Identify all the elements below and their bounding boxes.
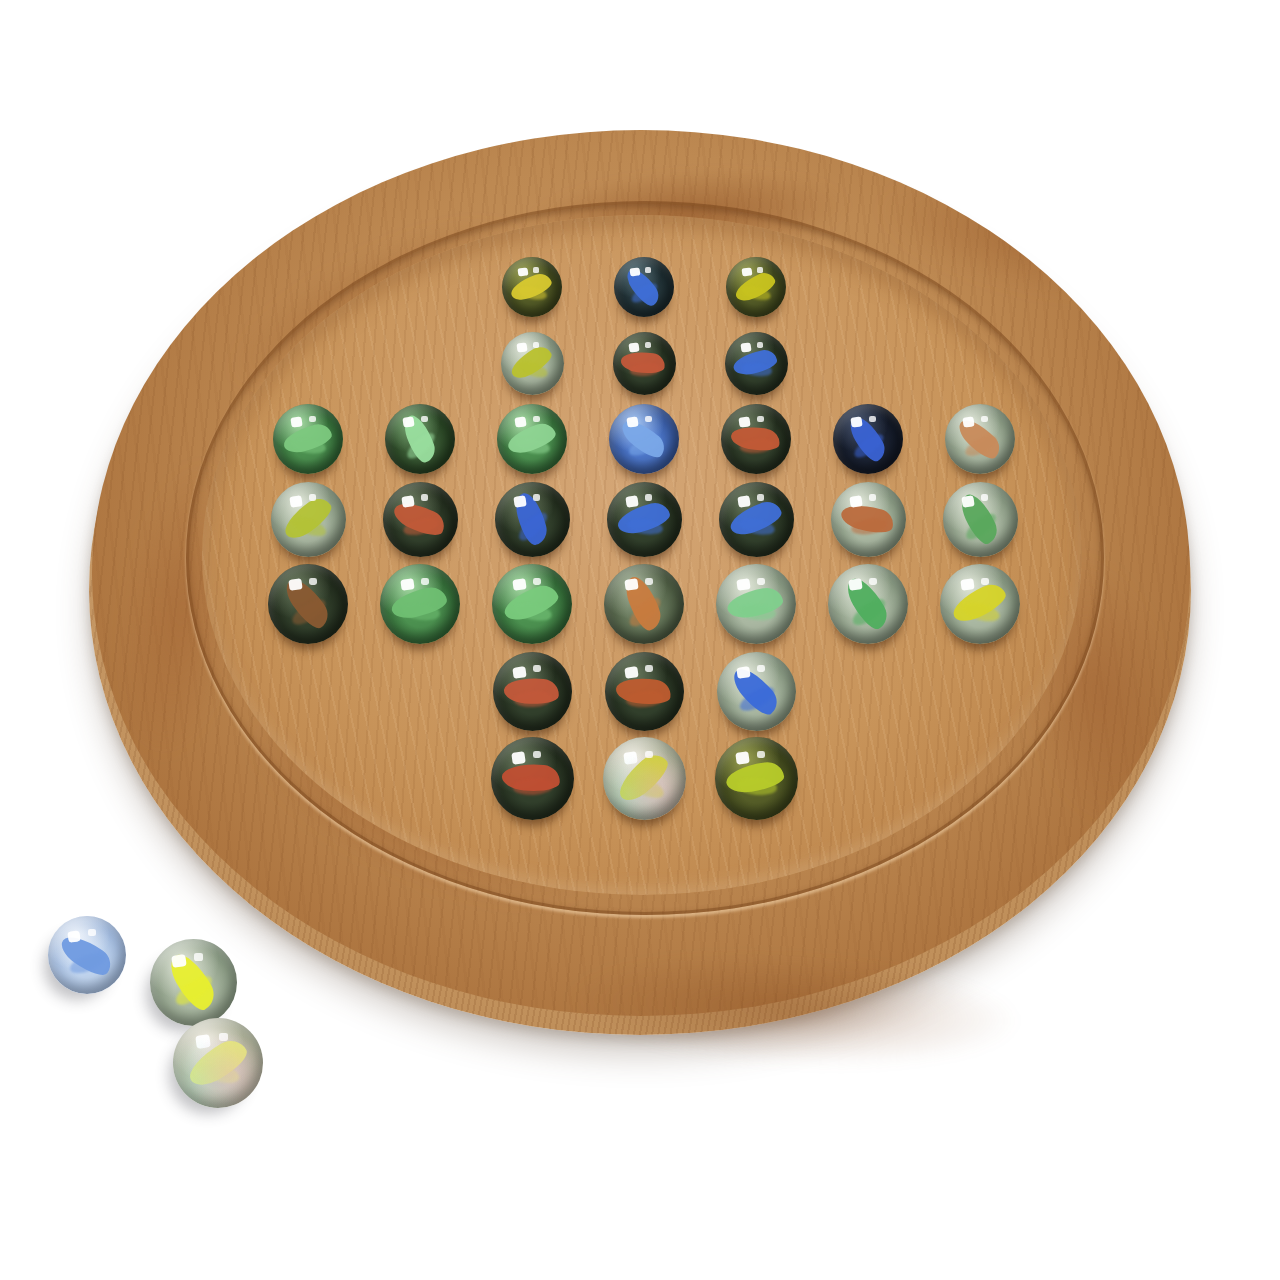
light-reflection [403,417,415,428]
light-reflection [645,578,653,585]
marble-r1c3[interactable] [502,257,562,317]
marble-swirl-echo [512,777,553,796]
marble-swirl-echo [625,593,664,631]
hole-r5c3 [476,560,588,648]
scene [0,0,1280,1280]
marble-r5c3[interactable] [492,564,572,644]
hole-r4c2 [364,478,476,560]
hole-r5c1 [252,560,364,648]
light-reflection [309,578,317,585]
marble-swirl-echo [401,515,440,539]
marble-swirl [726,498,784,539]
hole-r7c3 [476,734,588,822]
marble-r5c2[interactable] [380,564,460,644]
light-reflection [628,343,639,353]
light-reflection [740,343,751,353]
light-reflection [963,417,975,428]
marble-swirl-echo [625,689,664,708]
marble-r3c3[interactable] [497,404,567,474]
light-reflection [516,343,527,353]
light-reflection [291,417,303,428]
light-reflection [757,342,763,348]
marble-swirl [182,1034,251,1091]
marble-swirl [508,270,554,303]
marble-r5c4[interactable] [604,564,684,644]
light-reflection [401,495,414,507]
hole-r5c7 [924,560,1036,648]
hole-r3c4 [588,400,700,478]
marble-r3c4[interactable] [609,404,679,474]
marble-swirl [957,490,1002,548]
marble-swirl-echo [288,595,329,629]
light-reflection [533,342,539,348]
peg-grid [252,248,1036,822]
light-reflection [757,751,765,758]
marble-swirl [732,269,778,305]
hole-r7c4 [588,734,700,822]
marble-r1c4[interactable] [614,257,674,317]
light-reflection [741,268,752,278]
marble-swirl [732,348,779,377]
marble-swirl [729,423,781,454]
light-reflection [869,578,877,585]
light-reflection [645,665,653,672]
marble-swirl-echo [629,362,660,377]
marble-r3c2[interactable] [385,404,455,474]
hole-r2c3 [476,326,588,400]
marble-r3c5[interactable] [721,404,791,474]
light-reflection [196,1034,212,1048]
marble-swirl-echo [736,776,777,796]
hole-r5c5 [700,560,812,648]
light-reflection [757,665,765,672]
marble-swirl-echo [851,430,886,461]
light-reflection [869,416,876,422]
marble-swirl-echo [291,436,326,455]
light-reflection [512,666,526,679]
light-reflection [517,268,528,278]
hole-r5c6 [812,560,924,648]
light-reflection [848,578,862,591]
light-reflection [737,495,750,507]
loose-marble-spot-3 [173,1018,263,1108]
marble-swirl [727,661,783,720]
hole-r1c4 [588,248,700,326]
light-reflection [289,495,302,507]
loose-marble-spot-1 [48,916,126,994]
light-reflection [88,929,96,936]
marble-swirl [507,343,556,383]
light-reflection [400,578,414,591]
marble-swirl [279,493,336,543]
marble-swirl [948,580,1010,628]
marble-r4c1[interactable] [271,482,346,557]
marble-swirl-echo [626,516,664,536]
loose-marble-1[interactable] [48,916,126,994]
light-reflection [421,416,428,422]
marble-swirl [504,420,558,457]
light-reflection [533,267,539,272]
light-reflection [739,417,751,428]
hole-r4c7 [924,478,1036,560]
marble-swirl [617,414,669,463]
marble-swirl [389,585,449,622]
light-reflection [757,494,765,501]
marble-swirl [513,490,550,547]
marble-swirl-echo [849,594,889,630]
marble-swirl [839,500,896,537]
marble-r3c6[interactable] [833,404,903,474]
light-reflection [194,953,203,961]
marble-swirl [725,586,785,622]
marble-r5c5[interactable] [716,564,796,644]
marble-swirl [842,573,893,635]
hole-r1c3 [476,248,588,326]
marble-r2c3[interactable] [501,332,564,395]
marble-r4c4[interactable] [607,482,682,557]
light-reflection [736,578,750,591]
marble-swirl-echo [741,361,773,377]
marble-r6c4[interactable] [605,652,684,731]
light-reflection [421,578,429,585]
hole-r3c5 [700,400,812,478]
light-reflection [623,751,638,764]
marble-swirl-echo [623,771,666,802]
marble-swirl [390,496,448,541]
marble-swirl-echo [289,513,328,540]
marble-swirl [56,928,115,980]
marble-swirl-echo [960,599,1001,624]
light-reflection [309,494,317,501]
hole-r6c5 [700,648,812,734]
marble-swirl-echo [196,1057,243,1087]
light-reflection [645,342,651,348]
hole-r5c4 [588,560,700,648]
hole-r4c1 [252,478,364,560]
light-reflection [757,267,763,272]
marble-swirl-echo [513,690,552,708]
marble-swirl-echo [515,508,551,544]
light-reflection [533,665,541,672]
marble-swirl-echo [515,436,551,456]
light-reflection [515,417,527,428]
light-reflection [851,417,863,428]
marble-r5c1[interactable] [268,564,348,644]
marble-r1c5[interactable] [726,257,786,317]
hole-r7c5 [700,734,812,822]
light-reflection [309,416,316,422]
light-reflection [869,494,877,501]
marble-swirl-echo [172,971,216,1010]
marble-r4c7[interactable] [943,482,1018,557]
marble-r2c5[interactable] [725,332,788,395]
marble-swirl [164,948,219,1015]
marble-r4c6[interactable] [831,482,906,557]
marble-swirl [612,748,674,806]
light-reflection [645,494,653,501]
light-reflection [533,494,541,501]
loose-marble-spot-2 [150,939,237,1026]
hole-r4c6 [812,478,924,560]
hole-r4c5 [700,478,812,560]
light-reflection [219,1033,228,1041]
light-reflection [735,751,750,764]
marble-swirl-echo [963,432,999,460]
light-reflection [645,416,652,422]
light-reflection [627,417,639,428]
light-reflection [645,751,653,758]
hole-r3c7 [924,400,1036,478]
marble-swirl [503,675,560,706]
marble-swirl-echo [738,515,776,537]
marble-r2c4[interactable] [613,332,676,395]
light-reflection [511,751,526,764]
marble-swirl-echo [404,430,438,463]
marble-r4c2[interactable] [383,482,458,557]
hole-r3c6 [812,400,924,478]
marble-swirl-echo [741,283,772,302]
marble-swirl [614,674,672,708]
marble-r6c5[interactable] [717,652,796,731]
light-reflection [981,578,989,585]
hole-r2c4 [588,326,700,400]
light-reflection [981,494,989,501]
light-reflection [513,495,526,507]
marble-r7c4[interactable] [603,737,686,820]
hole-r3c3 [476,400,588,478]
light-reflection [757,416,764,422]
hole-r4c4 [588,478,700,560]
marble-r7c3[interactable] [491,737,574,820]
light-reflection [960,578,974,591]
marble-swirl [845,412,889,466]
light-reflection [512,578,526,591]
hole-r3c1 [252,400,364,478]
hole-r1c5 [700,248,812,326]
marble-swirl-echo [739,437,774,454]
marble-swirl [615,500,672,537]
light-reflection [533,416,540,422]
light-reflection [421,494,429,501]
marble-swirl [400,412,438,466]
marble-swirl [501,761,561,793]
light-reflection [171,954,186,968]
marble-swirl [280,573,334,634]
marble-swirl [724,760,785,795]
light-reflection [736,666,750,679]
marble-swirl-echo [736,683,777,716]
loose-marble-2[interactable] [150,939,237,1026]
marble-swirl-echo [67,949,108,977]
hole-r5c2 [364,560,476,648]
marble-r7c5[interactable] [715,737,798,820]
light-reflection [849,495,862,507]
marble-swirl [621,573,665,635]
marble-swirl-echo [517,284,548,302]
marble-swirl-echo [626,433,662,459]
marble-swirl [954,413,1005,464]
hole-r6c3 [476,648,588,734]
marble-swirl [500,582,562,626]
light-reflection [981,416,988,422]
marble-r4c3[interactable] [495,482,570,557]
light-reflection [625,495,638,507]
marble-swirl-echo [737,602,777,622]
marble-swirl-echo [962,509,999,543]
light-reflection [533,751,541,758]
marble-swirl-echo [629,280,660,306]
light-reflection [624,578,638,591]
marble-r5c7[interactable] [940,564,1020,644]
light-reflection [68,930,82,943]
marble-swirl-echo [516,359,549,380]
hole-r4c3 [476,478,588,560]
marble-r3c7[interactable] [945,404,1015,474]
light-reflection [624,666,638,679]
marble-swirl-echo [512,600,553,624]
marble-r5c6[interactable] [828,564,908,644]
marble-r6c3[interactable] [493,652,572,731]
light-reflection [533,578,541,585]
marble-swirl [623,264,663,310]
marble-swirl [281,421,334,456]
marble-swirl [620,349,667,376]
light-reflection [961,495,974,507]
marble-swirl-echo [401,602,441,623]
marble-r4c5[interactable] [719,482,794,557]
loose-marble-3[interactable] [173,1018,263,1108]
hole-r6c4 [588,648,700,734]
light-reflection [645,267,651,272]
hole-r3c2 [364,400,476,478]
marble-swirl-echo [850,516,888,536]
hole-r2c5 [700,326,812,400]
marble-r3c1[interactable] [273,404,343,474]
light-reflection [288,578,302,591]
light-reflection [757,578,765,585]
light-reflection [629,268,640,278]
